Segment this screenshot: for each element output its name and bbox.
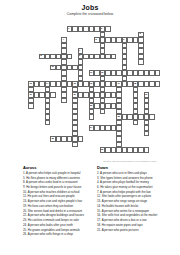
- grid-cell[interactable]: [89, 114, 95, 120]
- cell-number: 2: [101, 27, 102, 29]
- cell-number: 6: [123, 38, 124, 40]
- grid-cell[interactable]: [144, 131, 150, 137]
- credit-line: Created with TheTeachersCorner.net Cross…: [93, 160, 167, 162]
- cell-number: 16: [90, 82, 92, 84]
- cell-number: 4: [62, 38, 63, 40]
- cell-number: 12: [101, 71, 103, 73]
- grid-cell[interactable]: [133, 120, 139, 126]
- down-clue-list: 2. A person who acts in films and plays3…: [97, 172, 177, 233]
- cell-number: 26: [101, 148, 103, 150]
- cell-number: 9: [79, 54, 80, 56]
- across-clue-list: 1. A person who helps sick people in hos…: [23, 172, 95, 237]
- grid-cell[interactable]: [28, 103, 34, 109]
- across-section: Across 1. A person who helps sick people…: [23, 165, 95, 238]
- cell-number: 1: [68, 27, 69, 29]
- grid-cell[interactable]: [72, 142, 78, 148]
- grid-cell[interactable]: [78, 136, 84, 142]
- grid-cell[interactable]: [149, 114, 155, 120]
- crossword-grid: 1234567891011121314151617181920212223242…: [28, 26, 160, 153]
- page-subtitle: Complete the crossword below: [0, 12, 180, 16]
- cell-number: 13: [29, 82, 31, 84]
- across-clue: 26. A person who sells things in a shop: [23, 233, 95, 237]
- down-title: Down: [97, 165, 177, 170]
- cell-number: 14: [46, 82, 48, 84]
- grid-cell[interactable]: [155, 70, 161, 76]
- cell-number: 25: [51, 137, 53, 139]
- grid-cell[interactable]: [45, 120, 51, 126]
- down-section: Down 2. A person who acts in films and p…: [97, 165, 177, 233]
- grid-cell[interactable]: [50, 92, 56, 98]
- across-title: Across: [23, 165, 95, 170]
- cell-number: 5: [95, 38, 96, 40]
- grid-cell[interactable]: [105, 26, 111, 32]
- grid-cell[interactable]: [100, 109, 106, 115]
- cell-number: 18: [134, 82, 136, 84]
- grid-cell[interactable]: [144, 147, 150, 153]
- cell-number: 17: [117, 82, 119, 84]
- down-clue: 21. A person who paints pictures: [97, 229, 177, 233]
- cell-number: 8: [40, 54, 41, 56]
- cell-number: 7: [79, 49, 80, 51]
- cell-number: 21: [145, 93, 147, 95]
- grid-cell[interactable]: [61, 98, 67, 104]
- cell-number: 3: [139, 32, 140, 34]
- cell-number: 19: [29, 93, 31, 95]
- grid-blank: [155, 147, 161, 153]
- cell-number: 10: [51, 65, 53, 67]
- grid-cell[interactable]: [67, 54, 73, 60]
- cell-number: 24: [90, 126, 92, 128]
- grid-cell[interactable]: [155, 81, 161, 87]
- grid-cell[interactable]: [111, 54, 117, 60]
- cell-number: 15: [73, 82, 75, 84]
- cell-number: 23: [117, 115, 119, 117]
- page-title: Jobs: [0, 0, 180, 11]
- cell-number: 20: [73, 93, 75, 95]
- cell-number: 22: [90, 104, 92, 106]
- cell-number: 11: [90, 71, 92, 73]
- grid-cell[interactable]: [138, 59, 144, 65]
